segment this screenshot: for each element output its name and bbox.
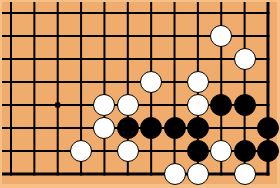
stones-layer xyxy=(0,2,280,186)
black-stone xyxy=(234,94,256,116)
black-stone xyxy=(117,117,139,139)
white-stone xyxy=(187,94,209,116)
black-stone xyxy=(164,117,186,139)
black-stone xyxy=(257,140,279,162)
black-stone xyxy=(187,117,209,139)
go-board-diagram xyxy=(0,0,280,188)
black-stone xyxy=(210,94,232,116)
white-stone xyxy=(234,163,256,185)
black-stone xyxy=(140,117,162,139)
white-stone xyxy=(210,25,232,47)
white-stone xyxy=(117,140,139,162)
white-stone xyxy=(164,163,186,185)
black-stone xyxy=(187,140,209,162)
black-stone xyxy=(257,117,279,139)
black-stone xyxy=(234,140,256,162)
white-stone xyxy=(187,71,209,93)
white-stone xyxy=(210,140,232,162)
white-stone xyxy=(187,163,209,185)
white-stone xyxy=(117,94,139,116)
white-stone xyxy=(140,71,162,93)
white-stone xyxy=(93,94,115,116)
white-stone xyxy=(93,117,115,139)
white-stone xyxy=(234,48,256,70)
white-stone xyxy=(70,140,92,162)
